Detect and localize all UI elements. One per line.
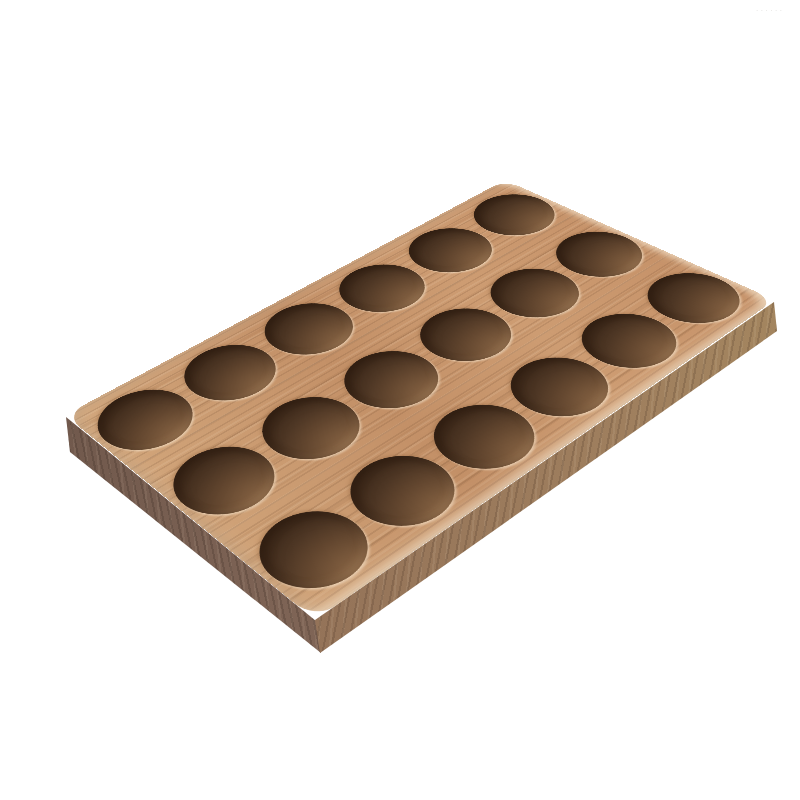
watermark: ······ [756,7,784,15]
scene: ······ [0,0,800,800]
